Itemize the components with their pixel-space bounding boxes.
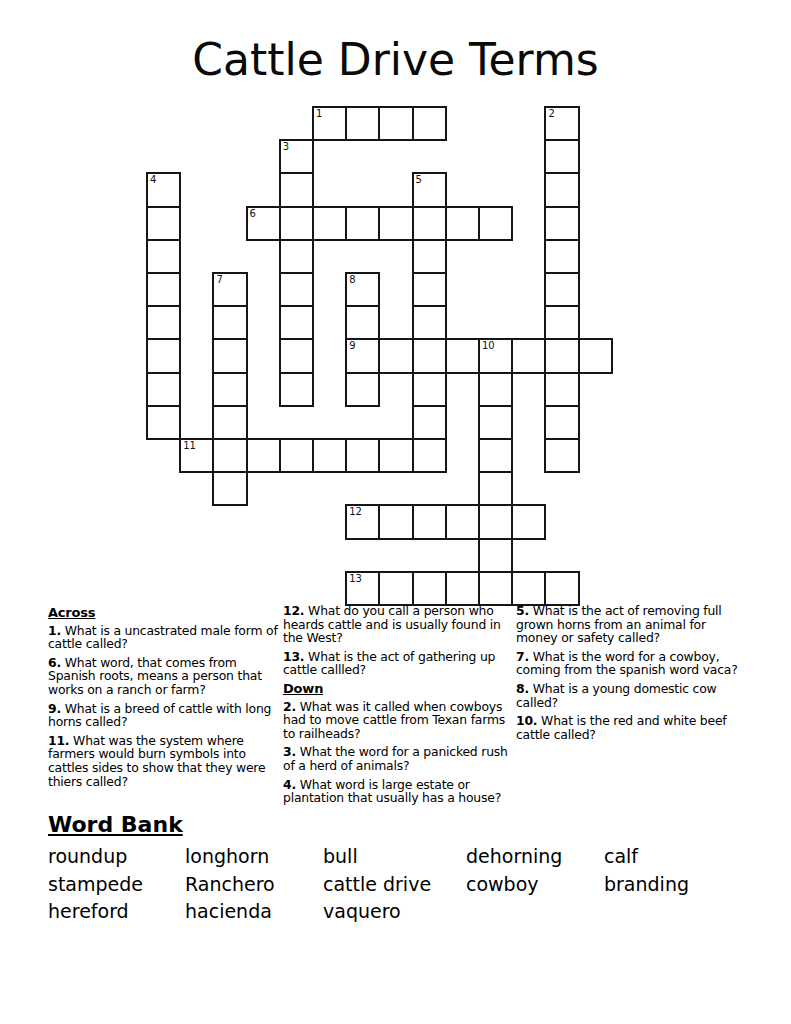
clues-header-down: Down — [283, 682, 512, 696]
grid-number-2: 2 — [548, 108, 554, 119]
grid-cell-r3c3[interactable]: 6 — [246, 206, 281, 241]
grid-cell-r7c13[interactable] — [578, 338, 613, 373]
grid-cell-r2c0[interactable]: 4 — [146, 172, 181, 207]
clue-5: 5. What is the act of removing full grow… — [516, 604, 742, 645]
clue-number-label-11: 11. — [48, 733, 69, 748]
grid-cell-r8c6[interactable] — [345, 372, 380, 407]
grid-cell-r12c7[interactable] — [378, 504, 413, 539]
word-bank-word-branding: branding — [604, 873, 739, 901]
grid-cell-r0c6[interactable] — [345, 106, 380, 141]
grid-cell-r7c10[interactable]: 10 — [478, 338, 513, 373]
grid-number-3: 3 — [283, 141, 289, 152]
clues-column-2: 12. What do you call a person who heards… — [283, 604, 512, 810]
grid-cell-r0c12[interactable]: 2 — [544, 106, 579, 141]
grid-cell-r2c12[interactable] — [544, 172, 579, 207]
grid-cell-r3c10[interactable] — [478, 206, 513, 241]
grid-number-12: 12 — [349, 506, 362, 517]
word-bank-word-bull: bull — [323, 845, 466, 873]
clues-header-across: Across — [48, 606, 280, 620]
grid-cell-r11c2[interactable] — [212, 471, 247, 506]
grid-cell-r14c12[interactable] — [544, 571, 579, 606]
grid-cell-r14c10[interactable] — [478, 571, 513, 606]
grid-cell-r4c8[interactable] — [412, 239, 447, 274]
grid-cell-r2c8[interactable]: 5 — [412, 172, 447, 207]
grid-cell-r12c6[interactable]: 12 — [345, 504, 380, 539]
word-bank-empty — [466, 900, 604, 928]
grid-cell-r8c4[interactable] — [279, 372, 314, 407]
clue-3: 3. What the word for a panicked rush of … — [283, 745, 512, 772]
grid-number-13: 13 — [349, 573, 362, 584]
grid-cell-r12c9[interactable] — [445, 504, 480, 539]
grid-number-8: 8 — [349, 274, 355, 285]
clue-10: 10. What is the red and white beef cattl… — [516, 714, 742, 741]
grid-cell-r10c8[interactable] — [412, 438, 447, 473]
clue-number-label-4: 4. — [283, 777, 296, 792]
clue-number-label-6: 6. — [48, 655, 61, 670]
grid-cell-r9c0[interactable] — [146, 405, 181, 440]
grid-cell-r3c5[interactable] — [312, 206, 347, 241]
grid-cell-r7c0[interactable] — [146, 338, 181, 373]
grid-cell-r6c12[interactable] — [544, 305, 579, 340]
grid-cell-r6c6[interactable] — [345, 305, 380, 340]
clue-12: 12. What do you call a person who heards… — [283, 604, 512, 645]
grid-number-5: 5 — [416, 174, 422, 185]
grid-cell-r10c6[interactable] — [345, 438, 380, 473]
clue-1: 1. What is a uncastrated male form of ca… — [48, 624, 280, 651]
word-bank-word-dehorning: dehorning — [466, 845, 604, 873]
grid-cell-r0c7[interactable] — [378, 106, 413, 141]
word-bank-heading: Word Bank — [48, 812, 183, 837]
grid-number-7: 7 — [216, 274, 222, 285]
word-bank-word-roundup: roundup — [48, 845, 185, 873]
grid-cell-r14c8[interactable] — [412, 571, 447, 606]
grid-cell-r5c8[interactable] — [412, 272, 447, 307]
grid-cell-r4c12[interactable] — [544, 239, 579, 274]
grid-cell-r8c12[interactable] — [544, 372, 579, 407]
grid-number-11: 11 — [183, 440, 196, 451]
word-bank-word-cattle-drive: cattle drive — [323, 873, 466, 901]
worksheet-page: Cattle Drive Terms 12345678910111213 Acr… — [0, 0, 791, 1024]
grid-cell-r4c4[interactable] — [279, 239, 314, 274]
grid-cell-r10c4[interactable] — [279, 438, 314, 473]
grid-cell-r10c2[interactable] — [212, 438, 247, 473]
grid-cell-r10c5[interactable] — [312, 438, 347, 473]
grid-cell-r3c7[interactable] — [378, 206, 413, 241]
clue-7: 7. What is the word for a cowboy, coming… — [516, 650, 742, 677]
grid-number-4: 4 — [150, 174, 156, 185]
clue-6: 6. What word, that comes from Spanish ro… — [48, 656, 280, 697]
grid-cell-r5c4[interactable] — [279, 272, 314, 307]
grid-cell-r7c8[interactable] — [412, 338, 447, 373]
clue-number-label-8: 8. — [516, 681, 529, 696]
grid-cell-r10c12[interactable] — [544, 438, 579, 473]
grid-cell-r8c2[interactable] — [212, 372, 247, 407]
word-bank-word-Ranchero: Ranchero — [185, 873, 323, 901]
grid-cell-r6c4[interactable] — [279, 305, 314, 340]
clue-number-label-10: 10. — [516, 713, 537, 728]
word-bank-word-longhorn: longhorn — [185, 845, 323, 873]
grid-cell-r7c6[interactable]: 9 — [345, 338, 380, 373]
grid-cell-r5c12[interactable] — [544, 272, 579, 307]
clue-2: 2. What was it called when cowboys had t… — [283, 700, 512, 741]
grid-cell-r8c8[interactable] — [412, 372, 447, 407]
grid-cell-r9c8[interactable] — [412, 405, 447, 440]
grid-cell-r14c6[interactable]: 13 — [345, 571, 380, 606]
clue-number-label-5: 5. — [516, 603, 529, 618]
crossword-grid: 12345678910111213 — [146, 106, 614, 607]
grid-cell-r5c0[interactable] — [146, 272, 181, 307]
clue-number-label-9: 9. — [48, 701, 61, 716]
grid-cell-r10c3[interactable] — [246, 438, 281, 473]
grid-cell-r7c4[interactable] — [279, 338, 314, 373]
grid-cell-r10c7[interactable] — [378, 438, 413, 473]
grid-cell-r3c12[interactable] — [544, 206, 579, 241]
word-bank-word-vaquero: vaquero — [323, 900, 466, 928]
word-bank-word-calf: calf — [604, 845, 739, 873]
grid-cell-r7c2[interactable] — [212, 338, 247, 373]
clues-column-3: 5. What is the act of removing full grow… — [516, 604, 742, 746]
grid-cell-r12c8[interactable] — [412, 504, 447, 539]
grid-cell-r10c1[interactable]: 11 — [179, 438, 214, 473]
grid-cell-r0c8[interactable] — [412, 106, 447, 141]
grid-cell-r6c8[interactable] — [412, 305, 447, 340]
grid-cell-r3c4[interactable] — [279, 206, 314, 241]
grid-cell-r12c11[interactable] — [511, 504, 546, 539]
clues-column-1: Across1. What is a uncastrated male form… — [48, 604, 280, 793]
page-title: Cattle Drive Terms — [0, 34, 791, 85]
grid-cell-r1c4[interactable]: 3 — [279, 139, 314, 174]
grid-cell-r14c11[interactable] — [511, 571, 546, 606]
clue-number-label-12: 12. — [283, 603, 304, 618]
grid-cell-r13c10[interactable] — [478, 538, 513, 573]
clue-number-label-1: 1. — [48, 623, 61, 638]
grid-number-9: 9 — [349, 340, 355, 351]
clue-number-label-13: 13. — [283, 649, 304, 664]
grid-cell-r0c5[interactable]: 1 — [312, 106, 347, 141]
grid-cell-r1c12[interactable] — [544, 139, 579, 174]
clue-number-label-7: 7. — [516, 649, 529, 664]
grid-cell-r2c4[interactable] — [279, 172, 314, 207]
grid-cell-r3c8[interactable] — [412, 206, 447, 241]
grid-cell-r7c12[interactable] — [544, 338, 579, 373]
grid-number-10: 10 — [482, 340, 495, 351]
grid-cell-r7c9[interactable] — [445, 338, 480, 373]
clue-number-label-3: 3. — [283, 744, 296, 759]
grid-number-6: 6 — [250, 208, 256, 219]
grid-cell-r12c10[interactable] — [478, 504, 513, 539]
grid-cell-r9c10[interactable] — [478, 405, 513, 440]
grid-cell-r3c9[interactable] — [445, 206, 480, 241]
grid-cell-r7c7[interactable] — [378, 338, 413, 373]
clue-13: 13. What is the act of gathering up catt… — [283, 650, 512, 677]
clue-4: 4. What word is large estate or plantati… — [283, 778, 512, 805]
grid-cell-r3c6[interactable] — [345, 206, 380, 241]
grid-cell-r3c0[interactable] — [146, 206, 181, 241]
word-bank-word-hereford: hereford — [48, 900, 185, 928]
grid-cell-r8c0[interactable] — [146, 372, 181, 407]
word-bank-word-stampede: stampede — [48, 873, 185, 901]
grid-cell-r5c2[interactable]: 7 — [212, 272, 247, 307]
clue-8: 8. What is a young domestic cow called? — [516, 682, 742, 709]
clue-9: 9. What is a breed of cattle with long h… — [48, 702, 280, 729]
grid-cell-r14c9[interactable] — [445, 571, 480, 606]
grid-cell-r6c0[interactable] — [146, 305, 181, 340]
grid-cell-r10c10[interactable] — [478, 438, 513, 473]
clue-number-label-2: 2. — [283, 699, 296, 714]
grid-cell-r9c12[interactable] — [544, 405, 579, 440]
word-bank-word-cowboy: cowboy — [466, 873, 604, 901]
grid-cell-r7c11[interactable] — [511, 338, 546, 373]
word-bank-word-hacienda: hacienda — [185, 900, 323, 928]
grid-cell-r11c10[interactable] — [478, 471, 513, 506]
grid-cell-r14c7[interactable] — [378, 571, 413, 606]
grid-cell-r9c2[interactable] — [212, 405, 247, 440]
grid-cell-r8c10[interactable] — [478, 372, 513, 407]
grid-cell-r6c2[interactable] — [212, 305, 247, 340]
grid-number-1: 1 — [316, 108, 322, 119]
grid-cell-r4c0[interactable] — [146, 239, 181, 274]
grid-cell-r5c6[interactable]: 8 — [345, 272, 380, 307]
clue-11: 11. What was the system where farmers wo… — [48, 734, 280, 788]
word-bank-words: rounduplonghornbulldehorningcalfstampede… — [48, 845, 739, 928]
word-bank-empty — [604, 900, 739, 928]
